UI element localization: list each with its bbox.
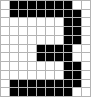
grid-cell-r3-c3[interactable] <box>28 27 36 35</box>
grid-cell-r3-c6[interactable] <box>55 27 63 35</box>
grid-cell-r2-c9[interactable] <box>82 18 90 26</box>
grid-cell-r8-c4[interactable] <box>37 71 45 79</box>
grid-cell-r0-c2[interactable] <box>19 1 27 9</box>
grid-cell-r6-c2[interactable] <box>19 53 27 61</box>
grid-cell-r10-c4[interactable] <box>37 88 45 96</box>
grid-cell-r5-c3[interactable] <box>28 45 36 53</box>
grid-cell-r8-c0[interactable] <box>1 71 9 79</box>
pixel-grid-board <box>0 0 91 97</box>
grid-cell-r10-c5[interactable] <box>46 88 54 96</box>
grid-cell-r6-c7[interactable] <box>64 53 72 61</box>
grid-cell-r2-c7[interactable] <box>64 18 72 26</box>
grid-cell-r9-c6[interactable] <box>55 80 63 88</box>
grid-cell-r9-c5[interactable] <box>46 80 54 88</box>
grid-cell-r10-c8[interactable] <box>73 88 81 96</box>
grid-cell-r0-c9[interactable] <box>82 1 90 9</box>
grid-cell-r2-c0[interactable] <box>1 18 9 26</box>
grid-cell-r7-c1[interactable] <box>10 62 18 70</box>
grid-cell-r3-c5[interactable] <box>46 27 54 35</box>
grid-cell-r1-c9[interactable] <box>82 10 90 18</box>
grid-cell-r9-c7[interactable] <box>64 80 72 88</box>
grid-cell-r3-c4[interactable] <box>37 27 45 35</box>
grid-cell-r9-c4[interactable] <box>37 80 45 88</box>
grid-cell-r2-c3[interactable] <box>28 18 36 26</box>
grid-cell-r6-c8[interactable] <box>73 53 81 61</box>
grid-cell-r9-c1[interactable] <box>10 80 18 88</box>
grid-cell-r2-c2[interactable] <box>19 18 27 26</box>
grid-cell-r4-c1[interactable] <box>10 36 18 44</box>
grid-cell-r10-c6[interactable] <box>55 88 63 96</box>
grid-cell-r3-c9[interactable] <box>82 27 90 35</box>
grid-cell-r2-c1[interactable] <box>10 18 18 26</box>
grid-cell-r6-c1[interactable] <box>10 53 18 61</box>
grid-cell-r4-c9[interactable] <box>82 36 90 44</box>
grid-cell-r0-c8[interactable] <box>73 1 81 9</box>
grid-cell-r8-c3[interactable] <box>28 71 36 79</box>
grid-cell-r5-c5[interactable] <box>46 45 54 53</box>
grid-cell-r9-c2[interactable] <box>19 80 27 88</box>
grid-cell-r1-c0[interactable] <box>1 10 9 18</box>
grid-cell-r5-c4[interactable] <box>37 45 45 53</box>
grid-cell-r5-c7[interactable] <box>64 45 72 53</box>
grid-cell-r7-c2[interactable] <box>19 62 27 70</box>
grid-cell-r1-c3[interactable] <box>28 10 36 18</box>
grid-cell-r9-c0[interactable] <box>1 80 9 88</box>
grid-cell-r7-c4[interactable] <box>37 62 45 70</box>
grid-cell-r9-c3[interactable] <box>28 80 36 88</box>
grid-cell-r7-c3[interactable] <box>28 62 36 70</box>
grid-cell-r10-c7[interactable] <box>64 88 72 96</box>
grid-cell-r3-c8[interactable] <box>73 27 81 35</box>
grid-cell-r8-c2[interactable] <box>19 71 27 79</box>
grid-cell-r5-c8[interactable] <box>73 45 81 53</box>
grid-cell-r1-c6[interactable] <box>55 10 63 18</box>
grid-cell-r0-c4[interactable] <box>37 1 45 9</box>
grid-cell-r4-c3[interactable] <box>28 36 36 44</box>
grid-cell-r6-c5[interactable] <box>46 53 54 61</box>
grid-cell-r6-c6[interactable] <box>55 53 63 61</box>
grid-cell-r6-c4[interactable] <box>37 53 45 61</box>
grid-cell-r1-c1[interactable] <box>10 10 18 18</box>
grid-cell-r2-c6[interactable] <box>55 18 63 26</box>
grid-cell-r5-c0[interactable] <box>1 45 9 53</box>
grid-cell-r3-c1[interactable] <box>10 27 18 35</box>
grid-cell-r1-c4[interactable] <box>37 10 45 18</box>
grid-cell-r10-c0[interactable] <box>1 88 9 96</box>
grid-cell-r4-c8[interactable] <box>73 36 81 44</box>
grid-cell-r8-c6[interactable] <box>55 71 63 79</box>
grid-cell-r4-c5[interactable] <box>46 36 54 44</box>
grid-cell-r4-c6[interactable] <box>55 36 63 44</box>
grid-cell-r2-c8[interactable] <box>73 18 81 26</box>
grid-cell-r0-c1[interactable] <box>10 1 18 9</box>
grid-cell-r0-c0[interactable] <box>1 1 9 9</box>
grid-cell-r3-c0[interactable] <box>1 27 9 35</box>
grid-cell-r6-c3[interactable] <box>28 53 36 61</box>
grid-cell-r7-c8[interactable] <box>73 62 81 70</box>
grid-cell-r7-c9[interactable] <box>82 62 90 70</box>
grid-cell-r8-c5[interactable] <box>46 71 54 79</box>
grid-cell-r7-c5[interactable] <box>46 62 54 70</box>
grid-cell-r3-c7[interactable] <box>64 27 72 35</box>
grid-cell-r5-c6[interactable] <box>55 45 63 53</box>
grid-cell-r5-c9[interactable] <box>82 45 90 53</box>
grid-cell-r0-c7[interactable] <box>64 1 72 9</box>
grid-cell-r8-c1[interactable] <box>10 71 18 79</box>
grid-cell-r4-c0[interactable] <box>1 36 9 44</box>
grid-cell-r8-c8[interactable] <box>73 71 81 79</box>
grid-cell-r10-c2[interactable] <box>19 88 27 96</box>
grid-cell-r2-c4[interactable] <box>37 18 45 26</box>
grid-cell-r5-c2[interactable] <box>19 45 27 53</box>
grid-cell-r3-c2[interactable] <box>19 27 27 35</box>
grid-cell-r1-c2[interactable] <box>19 10 27 18</box>
grid-cell-r6-c9[interactable] <box>82 53 90 61</box>
grid-cell-r6-c0[interactable] <box>1 53 9 61</box>
grid-cell-r1-c7[interactable] <box>64 10 72 18</box>
grid-cell-r8-c7[interactable] <box>64 71 72 79</box>
grid-cell-r8-c9[interactable] <box>82 71 90 79</box>
grid-cell-r10-c3[interactable] <box>28 88 36 96</box>
grid-cell-r7-c7[interactable] <box>64 62 72 70</box>
grid-cell-r7-c6[interactable] <box>55 62 63 70</box>
grid-cell-r2-c5[interactable] <box>46 18 54 26</box>
grid-cell-r0-c6[interactable] <box>55 1 63 9</box>
grid-cell-r7-c0[interactable] <box>1 62 9 70</box>
grid-cell-r4-c7[interactable] <box>64 36 72 44</box>
grid-cell-r1-c8[interactable] <box>73 10 81 18</box>
grid-cell-r10-c1[interactable] <box>10 88 18 96</box>
grid-cell-r9-c8[interactable] <box>73 80 81 88</box>
grid-cell-r0-c5[interactable] <box>46 1 54 9</box>
grid-cell-r10-c9[interactable] <box>82 88 90 96</box>
grid-cell-r1-c5[interactable] <box>46 10 54 18</box>
grid-cell-r5-c1[interactable] <box>10 45 18 53</box>
grid-cell-r0-c3[interactable] <box>28 1 36 9</box>
grid-cell-r4-c2[interactable] <box>19 36 27 44</box>
grid-cell-r9-c9[interactable] <box>82 80 90 88</box>
grid-cell-r4-c4[interactable] <box>37 36 45 44</box>
